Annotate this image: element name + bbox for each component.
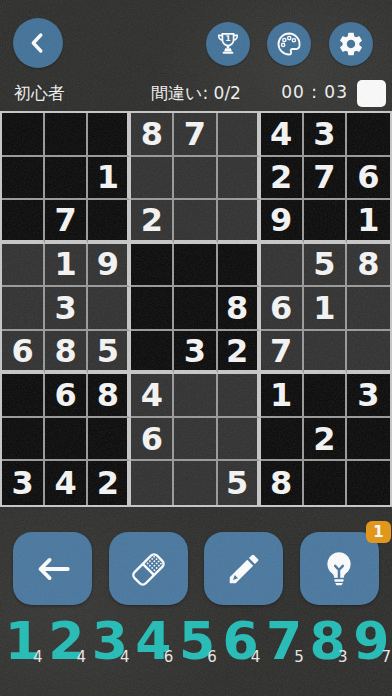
timer-label: 00 : 03 <box>281 82 348 102</box>
numpad-remaining-count: 6 <box>207 648 217 666</box>
erase-button[interactable] <box>109 532 188 605</box>
cell-r5c6[interactable]: 8 <box>218 287 261 331</box>
cell-r7c1[interactable] <box>2 374 45 418</box>
pencil-icon <box>225 550 263 588</box>
cell-r3c2[interactable]: 7 <box>45 200 88 244</box>
cell-r4c2[interactable]: 1 <box>45 244 88 288</box>
cell-r6c2[interactable]: 8 <box>45 331 88 375</box>
cell-r4c1[interactable] <box>2 244 45 288</box>
hint-button[interactable]: 1 <box>300 532 379 605</box>
cell-r1c3[interactable] <box>88 113 131 157</box>
status-row: 初心者 間違い: 0/2 00 : 03 <box>0 79 392 107</box>
cell-r1c9[interactable] <box>347 113 390 157</box>
cell-r2c2[interactable] <box>45 157 88 201</box>
cell-r2c9[interactable]: 6 <box>347 157 390 201</box>
numpad-remaining-count: 6 <box>164 648 174 666</box>
cell-r3c7[interactable]: 9 <box>261 200 304 244</box>
cell-r7c5[interactable] <box>174 374 217 418</box>
numpad-button-3[interactable]: 34 <box>87 607 131 667</box>
cell-r4c4[interactable] <box>131 244 174 288</box>
cell-r9c1[interactable]: 3 <box>2 461 45 505</box>
cell-r4c6[interactable] <box>218 244 261 288</box>
cell-r1c6[interactable] <box>218 113 261 157</box>
cell-r8c6[interactable] <box>218 418 261 462</box>
cell-r2c4[interactable] <box>131 157 174 201</box>
cell-r3c5[interactable] <box>174 200 217 244</box>
cell-r7c2[interactable]: 6 <box>45 374 88 418</box>
numpad-remaining-count: 7 <box>381 648 391 666</box>
toolbar: 1 <box>13 532 379 605</box>
palette-icon <box>275 30 303 58</box>
pause-button[interactable] <box>357 80 386 107</box>
cell-r1c4[interactable]: 8 <box>131 113 174 157</box>
cell-r8c8[interactable]: 2 <box>304 418 347 462</box>
cell-r4c5[interactable] <box>174 244 217 288</box>
cell-r5c9[interactable] <box>347 287 390 331</box>
cell-r3c3[interactable] <box>88 200 131 244</box>
cell-r3c4[interactable]: 2 <box>131 200 174 244</box>
cell-r3c9[interactable]: 1 <box>347 200 390 244</box>
eraser-icon <box>126 547 170 591</box>
cell-r8c7[interactable] <box>261 418 304 462</box>
cell-r9c8[interactable] <box>304 461 347 505</box>
cell-r9c4[interactable] <box>131 461 174 505</box>
back-button[interactable] <box>13 18 63 68</box>
numpad-remaining-count: 3 <box>338 648 348 666</box>
gear-icon <box>337 30 365 58</box>
cell-r8c9[interactable] <box>347 418 390 462</box>
svg-text:1: 1 <box>225 34 231 43</box>
numpad-remaining-count: 4 <box>251 648 261 666</box>
numpad-button-6[interactable]: 64 <box>218 607 262 667</box>
cell-r6c9[interactable] <box>347 331 390 375</box>
numpad-remaining-count: 4 <box>33 648 43 666</box>
cell-r8c5[interactable] <box>174 418 217 462</box>
cell-r9c7[interactable]: 8 <box>261 461 304 505</box>
cell-r7c8[interactable] <box>304 374 347 418</box>
cell-r4c8[interactable]: 5 <box>304 244 347 288</box>
notes-button[interactable] <box>204 532 283 605</box>
cell-r6c8[interactable] <box>304 331 347 375</box>
cell-r4c3[interactable]: 9 <box>88 244 131 288</box>
undo-button[interactable] <box>13 532 92 605</box>
cell-r9c3[interactable]: 2 <box>88 461 131 505</box>
numpad-button-8[interactable]: 83 <box>305 607 349 667</box>
cell-r3c1[interactable] <box>2 200 45 244</box>
cell-r3c6[interactable] <box>218 200 261 244</box>
cell-r7c3[interactable]: 8 <box>88 374 131 418</box>
cell-r6c5[interactable]: 3 <box>174 331 217 375</box>
cell-r5c2[interactable]: 3 <box>45 287 88 331</box>
cell-r7c9[interactable]: 3 <box>347 374 390 418</box>
cell-r5c8[interactable]: 1 <box>304 287 347 331</box>
cell-r5c3[interactable] <box>88 287 131 331</box>
cell-r6c3[interactable]: 5 <box>88 331 131 375</box>
cell-r1c2[interactable] <box>45 113 88 157</box>
numpad-button-5[interactable]: 56 <box>174 607 218 667</box>
lightbulb-icon <box>319 549 359 589</box>
cell-r1c8[interactable]: 3 <box>304 113 347 157</box>
settings-button[interactable] <box>329 22 373 66</box>
cell-r6c6[interactable]: 2 <box>218 331 261 375</box>
cell-r5c1[interactable] <box>2 287 45 331</box>
cell-r7c7[interactable]: 1 <box>261 374 304 418</box>
numpad-remaining-count: 4 <box>120 648 130 666</box>
numpad-button-1[interactable]: 14 <box>0 607 44 667</box>
cell-r2c3[interactable]: 1 <box>88 157 131 201</box>
cell-r1c7[interactable]: 4 <box>261 113 304 157</box>
cell-r4c7[interactable] <box>261 244 304 288</box>
cell-r1c1[interactable] <box>2 113 45 157</box>
cell-r5c7[interactable]: 6 <box>261 287 304 331</box>
cell-r2c5[interactable] <box>174 157 217 201</box>
cell-r4c9[interactable]: 8 <box>347 244 390 288</box>
arrow-left-icon <box>32 552 74 586</box>
theme-button[interactable] <box>267 22 311 66</box>
chevron-left-icon <box>23 28 53 58</box>
cell-r9c6[interactable]: 5 <box>218 461 261 505</box>
numpad: 142434465664758397 <box>0 607 392 667</box>
cell-r9c2[interactable]: 4 <box>45 461 88 505</box>
numpad-button-9[interactable]: 97 <box>348 607 392 667</box>
cell-r9c9[interactable] <box>347 461 390 505</box>
cell-r6c7[interactable]: 7 <box>261 331 304 375</box>
numpad-button-2[interactable]: 24 <box>44 607 88 667</box>
numpad-button-4[interactable]: 46 <box>131 607 175 667</box>
cell-r2c1[interactable] <box>2 157 45 201</box>
cell-r8c2[interactable] <box>45 418 88 462</box>
cell-r3c8[interactable] <box>304 200 347 244</box>
leaderboard-button[interactable]: 1 <box>206 22 250 66</box>
cell-r5c5[interactable] <box>174 287 217 331</box>
cell-r7c4[interactable]: 4 <box>131 374 174 418</box>
cell-r8c3[interactable] <box>88 418 131 462</box>
cell-r2c6[interactable] <box>218 157 261 201</box>
cell-r8c1[interactable] <box>2 418 45 462</box>
trophy-icon: 1 <box>214 30 242 58</box>
cell-r2c7[interactable]: 2 <box>261 157 304 201</box>
cell-r1c5[interactable]: 7 <box>174 113 217 157</box>
cell-r5c4[interactable] <box>131 287 174 331</box>
numpad-remaining-count: 5 <box>294 648 304 666</box>
cell-r6c1[interactable]: 6 <box>2 331 45 375</box>
hint-count-badge: 1 <box>366 521 391 543</box>
numpad-button-7[interactable]: 75 <box>261 607 305 667</box>
cell-r8c4[interactable]: 6 <box>131 418 174 462</box>
sudoku-board: 87431276729119583861685327684136234258 <box>0 111 392 507</box>
cell-r2c8[interactable]: 7 <box>304 157 347 201</box>
cell-r6c4[interactable] <box>131 331 174 375</box>
cell-r7c6[interactable] <box>218 374 261 418</box>
cell-r9c5[interactable] <box>174 461 217 505</box>
numpad-remaining-count: 4 <box>77 648 87 666</box>
